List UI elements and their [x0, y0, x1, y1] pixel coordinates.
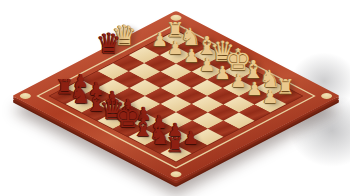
corner-inlay-dot: [168, 14, 184, 22]
corner-inlay-dot: [319, 92, 335, 100]
corner-inlay-dot: [168, 170, 184, 178]
product-photo: ♛ ♛ ♜♞♝♛♚♝♞♜♟♟♟♟♟♟♟♟♟♟♟♟♟♟♟♟♜♞♝♛♚♝♞♜: [0, 0, 350, 196]
board-grid: ♜♞♝♛♚♝♞♜♟♟♟♟♟♟♟♟♟♟♟♟♟♟♟♟♜♞♝♛♚♝♞♜: [49, 30, 304, 162]
corner-inlay-dot: [18, 92, 34, 100]
chess-board: ♛ ♛ ♜♞♝♛♚♝♞♜♟♟♟♟♟♟♟♟♟♟♟♟♟♟♟♟♜♞♝♛♚♝♞♜: [12, 11, 340, 182]
